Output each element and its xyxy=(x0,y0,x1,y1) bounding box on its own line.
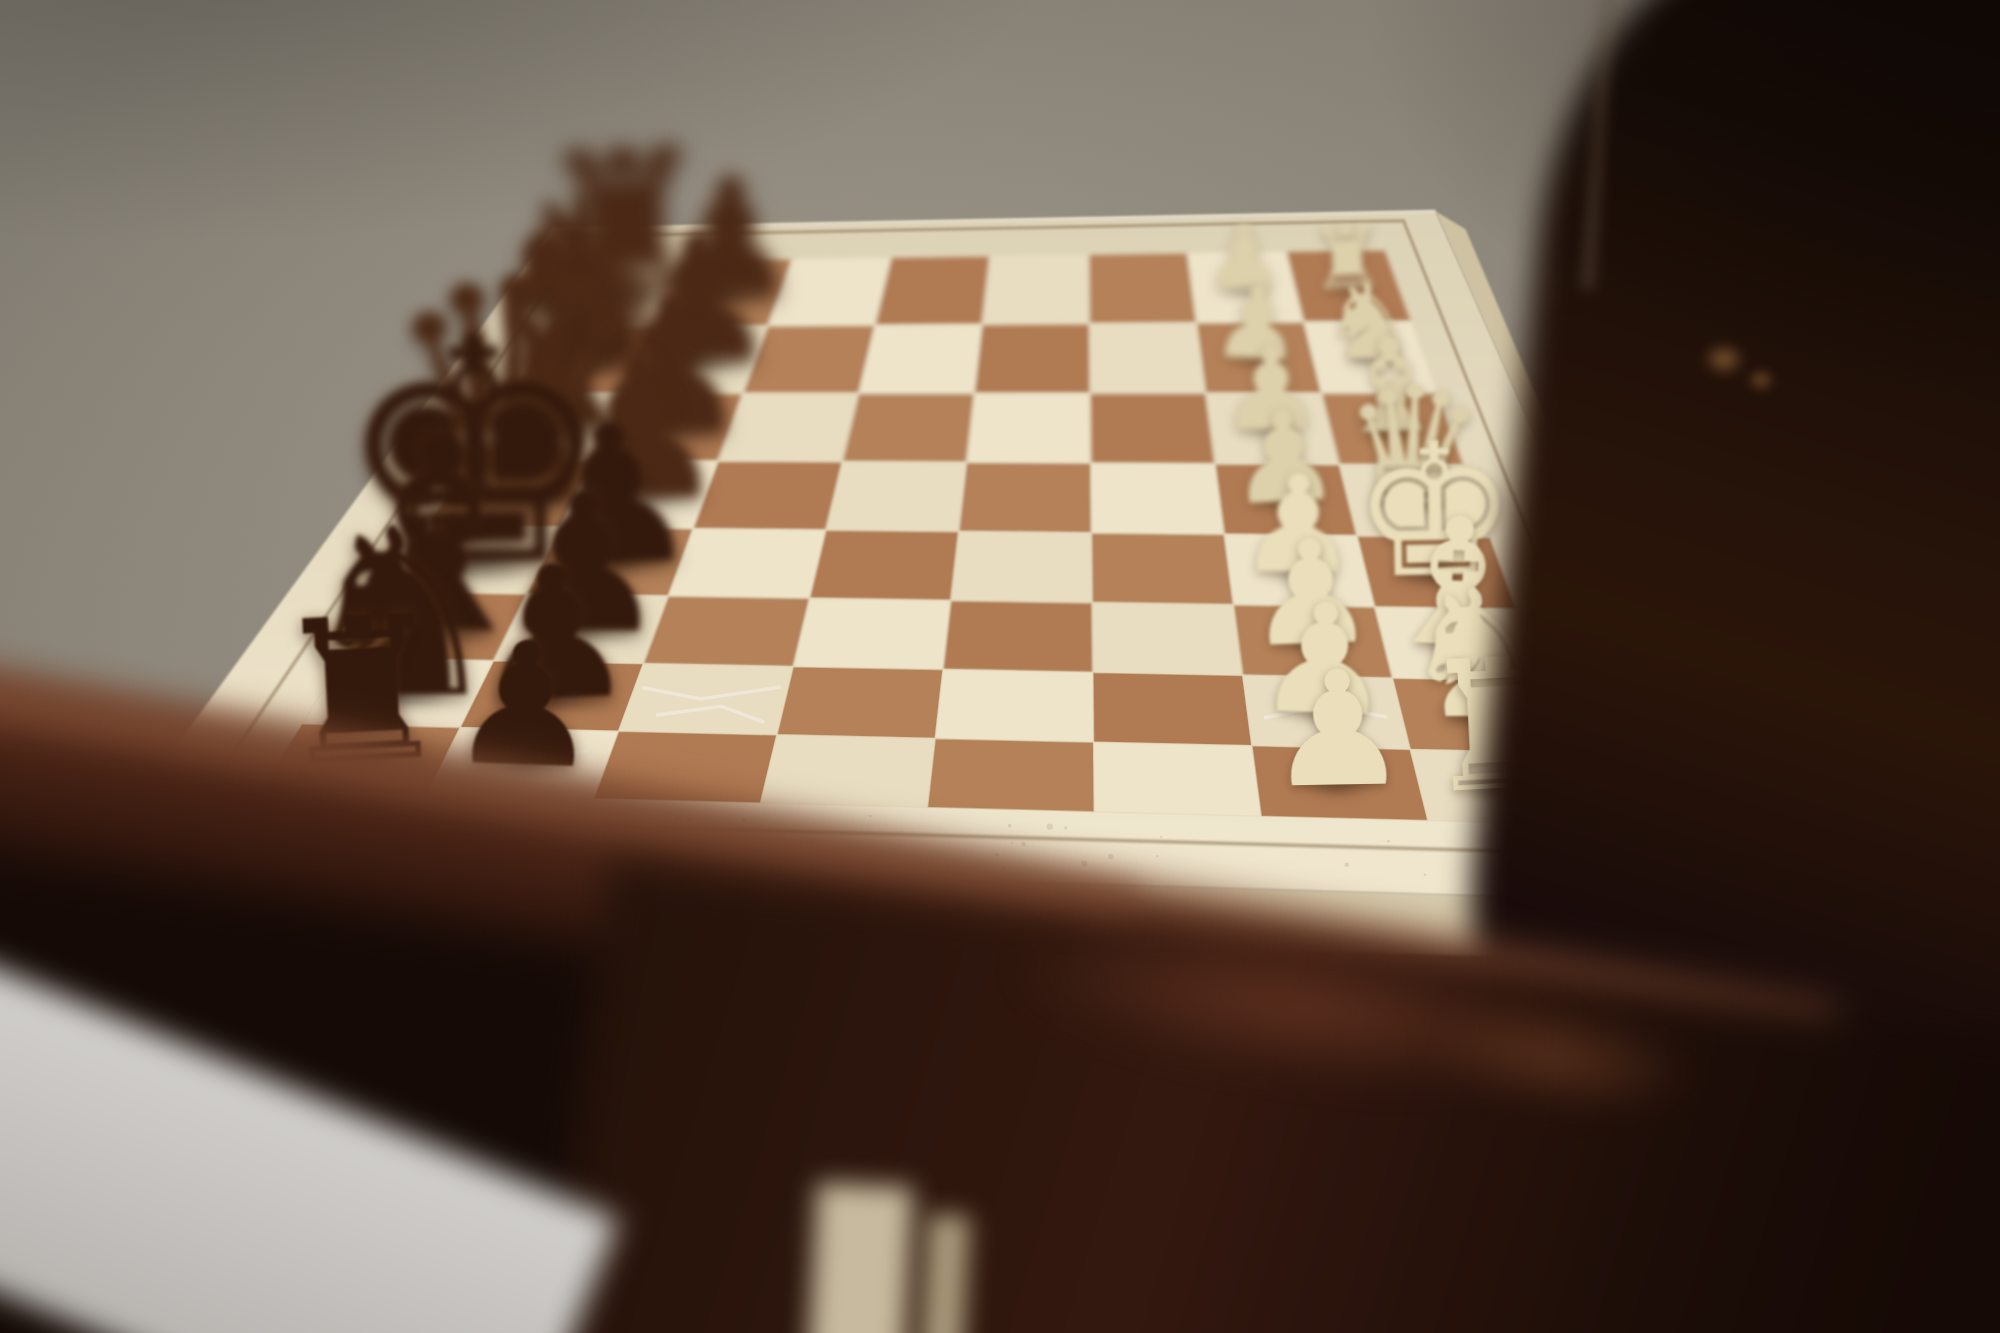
board-square-6-5 xyxy=(1234,605,1393,678)
board-square-4-1 xyxy=(974,324,1090,394)
board-square-7-6 xyxy=(1393,678,1569,753)
board-square-2-7 xyxy=(594,731,777,803)
board-square-2-5 xyxy=(643,596,809,666)
board-square-6-1 xyxy=(1197,323,1322,394)
board-square-3-4 xyxy=(810,530,959,600)
board-square-6-3 xyxy=(1215,464,1357,536)
board-square-3-6 xyxy=(777,667,943,739)
board-square-5-2 xyxy=(1090,394,1215,464)
board-square-4-0 xyxy=(982,255,1089,325)
board-square-2-3 xyxy=(693,461,842,530)
board-square-5-5 xyxy=(1092,603,1243,676)
board-square-6-7 xyxy=(1252,746,1428,821)
board-square-3-5 xyxy=(793,599,951,670)
chess-board xyxy=(0,0,2000,1333)
board-square-6-2 xyxy=(1206,394,1340,465)
board-square-4-4 xyxy=(951,532,1092,603)
board-square-6-4 xyxy=(1224,535,1375,608)
board-square-1-6 xyxy=(460,661,643,731)
board-square-4-5 xyxy=(943,601,1093,673)
board-square-3-3 xyxy=(826,462,967,532)
board-square-7-7 xyxy=(1410,750,1595,826)
board-square-7-3 xyxy=(1340,465,1491,538)
board-square-3-7 xyxy=(761,735,936,808)
board-square-5-6 xyxy=(1093,673,1252,746)
board-square-4-6 xyxy=(935,670,1093,743)
board-square-2-2 xyxy=(718,394,859,462)
board-square-3-0 xyxy=(875,256,990,326)
board-square-5-3 xyxy=(1091,464,1225,535)
board-square-4-2 xyxy=(967,394,1091,464)
board-square-3-1 xyxy=(859,325,983,394)
board-square-6-6 xyxy=(1243,675,1411,749)
board-square-5-1 xyxy=(1090,323,1206,393)
board-square-6-0 xyxy=(1188,252,1305,324)
board-square-5-7 xyxy=(1094,742,1262,816)
board-square-4-3 xyxy=(959,463,1092,533)
board-square-1-7 xyxy=(427,728,619,799)
board-square-3-2 xyxy=(842,394,974,463)
board-square-2-4 xyxy=(668,529,826,599)
board-square-5-0 xyxy=(1089,253,1197,324)
board-square-7-5 xyxy=(1375,607,1543,681)
photo-chess-scene: ♜♟♟♜♞♟♟♞♝♟♟♝♛♟♟♛♚♟♟♚♝♟♟♝♞♟♟♞♜♟♟♜ xyxy=(0,0,2000,1333)
board-square-4-7 xyxy=(928,739,1095,812)
board-square-5-4 xyxy=(1092,533,1234,605)
board-square-7-4 xyxy=(1357,536,1516,609)
